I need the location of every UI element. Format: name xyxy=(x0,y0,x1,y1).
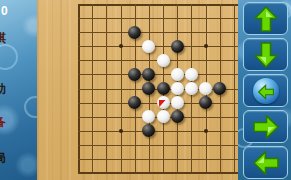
left-label-partial-3[interactable]: 备 xyxy=(0,116,6,128)
star-point xyxy=(204,44,208,48)
left-arrow-icon xyxy=(258,82,274,102)
white-stone xyxy=(157,110,170,123)
arrow-right-icon xyxy=(253,115,279,139)
black-stone xyxy=(142,124,155,137)
swirl-decoration xyxy=(0,44,18,70)
star-point xyxy=(204,129,208,133)
black-stone xyxy=(142,82,155,95)
left-label-partial-1[interactable]: 棋 xyxy=(0,32,6,44)
black-stone xyxy=(171,40,184,53)
star-point xyxy=(119,44,123,48)
grid-line xyxy=(78,131,249,132)
grid-line xyxy=(234,4,235,174)
gomoku-board-grid[interactable] xyxy=(78,4,249,174)
globe-back-button[interactable] xyxy=(243,74,288,107)
white-stone xyxy=(157,96,170,109)
grid-line xyxy=(78,172,249,174)
white-stone xyxy=(171,68,184,81)
white-stone xyxy=(185,68,198,81)
star-point xyxy=(119,129,123,133)
left-label-partial-4[interactable]: 局 xyxy=(0,152,6,164)
arrow-left-button[interactable] xyxy=(243,146,288,179)
grid-line xyxy=(78,159,249,160)
app-window: 0 棋 助 备 局 xyxy=(0,0,291,180)
arrow-right-button[interactable] xyxy=(243,110,288,143)
grid-line xyxy=(78,145,249,146)
black-stone xyxy=(157,82,170,95)
arrow-down-button[interactable] xyxy=(243,38,288,71)
globe-icon xyxy=(253,78,279,104)
last-move-marker-icon xyxy=(159,100,166,107)
black-stone xyxy=(128,68,141,81)
white-stone xyxy=(157,54,170,67)
arrow-up-icon xyxy=(254,6,278,32)
black-stone xyxy=(171,110,184,123)
white-stone xyxy=(185,82,198,95)
black-stone xyxy=(128,96,141,109)
white-stone xyxy=(171,96,184,109)
black-stone xyxy=(128,26,141,39)
white-stone xyxy=(142,40,155,53)
white-stone xyxy=(142,110,155,123)
arrow-left-icon xyxy=(253,151,279,175)
black-stone xyxy=(213,82,226,95)
swirl-decoration xyxy=(24,96,37,118)
black-stone xyxy=(142,68,155,81)
white-stone xyxy=(199,82,212,95)
black-stone xyxy=(199,96,212,109)
board-background xyxy=(37,0,238,180)
arrow-up-button[interactable] xyxy=(243,2,288,35)
right-sidebar xyxy=(238,0,291,180)
left-sidebar: 0 棋 助 备 局 xyxy=(0,0,37,180)
left-label-count: 0 xyxy=(1,5,8,17)
left-label-partial-2[interactable]: 助 xyxy=(0,83,6,95)
arrow-down-icon xyxy=(254,42,278,68)
white-stone xyxy=(171,82,184,95)
